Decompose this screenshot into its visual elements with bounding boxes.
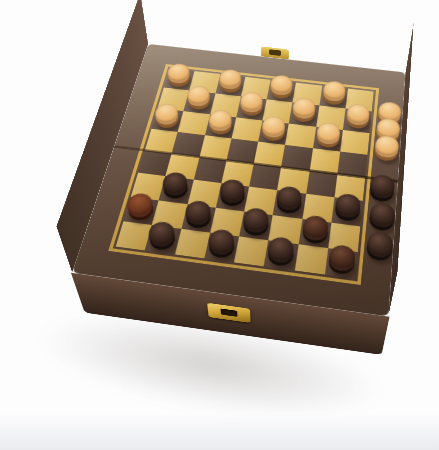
rail-light-man-3: [374, 141, 399, 162]
perspective-scene: [0, 0, 439, 450]
rail-dark-man-2: [368, 208, 394, 232]
dark-man-r8c4: [207, 235, 236, 260]
rail-dark-man-1: [369, 180, 394, 203]
clasp-keyhole: [220, 309, 237, 317]
folding-game-box: [72, 44, 405, 317]
rail-dark-man-3: [366, 237, 393, 262]
hinge-slot: [269, 49, 281, 56]
brass-clasp: [207, 303, 251, 323]
product-photo-stage: [0, 0, 439, 450]
